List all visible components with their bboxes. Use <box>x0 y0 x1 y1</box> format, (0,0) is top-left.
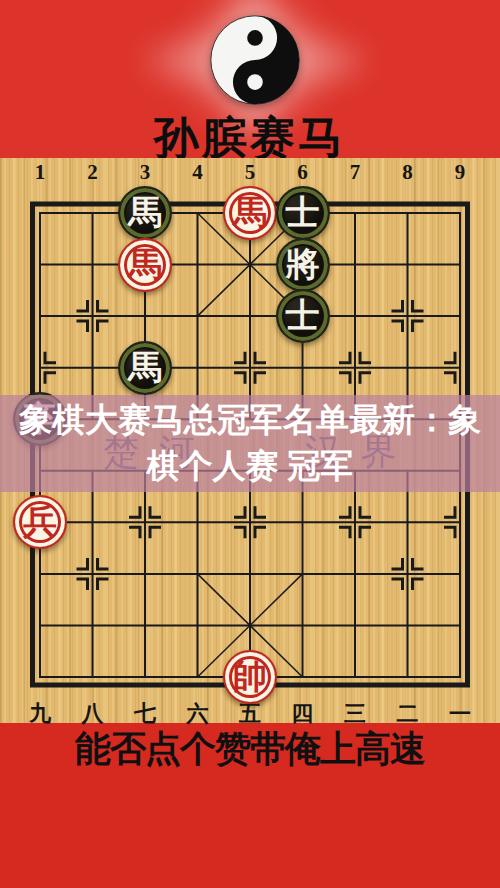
yin-yang-icon <box>209 14 301 106</box>
piece-black-general[interactable]: 將 <box>276 238 330 292</box>
caption-line-1: 象棋大赛马总冠军名单最新：象 <box>0 397 500 443</box>
board-section: 123456789 楚 河 汉 界 馬馬士馬將士馬卒兵帥 象棋大赛马总冠军名单最… <box>0 158 500 723</box>
header: 孙膑赛马 <box>0 0 500 158</box>
caption-line-2: 棋个人赛 冠军 <box>0 443 500 489</box>
caption-overlay: 象棋大赛马总冠军名单最新：象 棋个人赛 冠军 <box>0 395 500 492</box>
piece-black-advisor[interactable]: 士 <box>276 289 330 343</box>
piece-black-horse[interactable]: 馬 <box>118 186 172 240</box>
piece-red-general[interactable]: 帥 <box>223 650 277 704</box>
piece-red-soldier[interactable]: 兵 <box>13 495 67 549</box>
page-title: 孙膑赛马 <box>0 108 500 158</box>
app-screen: 孙膑赛马 123456789 楚 河 汉 界 馬馬士馬將士馬卒兵帥 象棋大赛马总… <box>0 0 500 888</box>
footer: 能否点个赞带俺上高速 <box>0 723 500 888</box>
piece-black-horse[interactable]: 馬 <box>118 341 172 395</box>
piece-black-advisor[interactable]: 士 <box>276 186 330 240</box>
piece-red-horse[interactable]: 馬 <box>223 186 277 240</box>
footer-caption: 能否点个赞带俺上高速 <box>0 727 500 771</box>
piece-red-horse[interactable]: 馬 <box>118 238 172 292</box>
